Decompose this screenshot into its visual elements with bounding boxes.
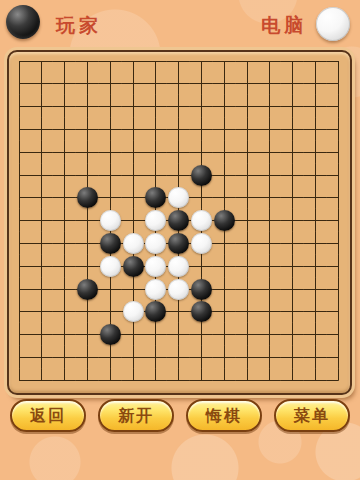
black-stone [77, 187, 98, 208]
intersection-7-4[interactable] [99, 209, 122, 232]
intersection-2-8[interactable] [190, 95, 213, 118]
intersection-6-6[interactable] [144, 186, 167, 209]
intersection-14-8[interactable] [190, 369, 213, 392]
intersection-0-3[interactable] [76, 50, 99, 73]
intersection-3-14[interactable] [327, 118, 350, 141]
intersection-0-6[interactable] [144, 50, 167, 73]
intersection-8-1[interactable] [30, 232, 53, 255]
intersection-6-5[interactable] [122, 186, 145, 209]
intersection-6-12[interactable] [281, 186, 304, 209]
white-stone [145, 233, 166, 254]
intersection-9-4[interactable] [99, 255, 122, 278]
black-stone [100, 233, 121, 254]
white-stone [100, 256, 121, 277]
intersection-6-13[interactable] [304, 186, 327, 209]
black-stone [77, 279, 98, 300]
intersection-14-10[interactable] [236, 369, 259, 392]
intersection-1-12[interactable] [281, 72, 304, 95]
intersection-5-7[interactable] [167, 164, 190, 187]
intersection-5-11[interactable] [258, 164, 281, 187]
intersection-14-14[interactable] [327, 369, 350, 392]
intersection-13-14[interactable] [327, 346, 350, 369]
white-stone [123, 301, 144, 322]
intersection-14-4[interactable] [99, 369, 122, 392]
board-grid[interactable] [8, 50, 350, 392]
intersection-1-2[interactable] [53, 72, 76, 95]
intersection-13-12[interactable] [281, 346, 304, 369]
intersection-4-14[interactable] [327, 141, 350, 164]
intersection-12-10[interactable] [236, 323, 259, 346]
intersection-14-12[interactable] [281, 369, 304, 392]
intersection-0-10[interactable] [236, 50, 259, 73]
intersection-12-7[interactable] [167, 323, 190, 346]
intersection-4-9[interactable] [213, 141, 236, 164]
intersection-9-11[interactable] [258, 255, 281, 278]
intersection-2-4[interactable] [99, 95, 122, 118]
intersection-11-10[interactable] [236, 300, 259, 323]
intersection-7-3[interactable] [76, 209, 99, 232]
intersection-4-3[interactable] [76, 141, 99, 164]
intersection-5-0[interactable] [8, 164, 31, 187]
intersection-2-6[interactable] [144, 95, 167, 118]
intersection-10-1[interactable] [30, 278, 53, 301]
white-stone [145, 256, 166, 277]
gomoku-app: 玩家 电脑 返回 新开 悔棋 菜单 [0, 0, 360, 480]
intersection-7-7[interactable] [167, 209, 190, 232]
intersection-7-5[interactable] [122, 209, 145, 232]
intersection-13-1[interactable] [30, 346, 53, 369]
intersection-4-4[interactable] [99, 141, 122, 164]
intersection-5-3[interactable] [76, 164, 99, 187]
intersection-10-5[interactable] [122, 278, 145, 301]
intersection-11-7[interactable] [167, 300, 190, 323]
intersection-9-13[interactable] [304, 255, 327, 278]
intersection-5-2[interactable] [53, 164, 76, 187]
intersection-12-13[interactable] [304, 323, 327, 346]
white-stone [100, 210, 121, 231]
black-stone [123, 256, 144, 277]
intersection-0-1[interactable] [30, 50, 53, 73]
intersection-11-2[interactable] [53, 300, 76, 323]
new-game-button[interactable]: 新开 [98, 399, 174, 432]
intersection-14-6[interactable] [144, 369, 167, 392]
intersection-10-9[interactable] [213, 278, 236, 301]
intersection-13-3[interactable] [76, 346, 99, 369]
intersection-12-8[interactable] [190, 323, 213, 346]
intersection-2-14[interactable] [327, 95, 350, 118]
intersection-9-5[interactable] [122, 255, 145, 278]
intersection-3-10[interactable] [236, 118, 259, 141]
white-stone [191, 210, 212, 231]
intersection-4-5[interactable] [122, 141, 145, 164]
black-stone [191, 279, 212, 300]
intersection-12-2[interactable] [53, 323, 76, 346]
intersection-11-11[interactable] [258, 300, 281, 323]
intersection-3-9[interactable] [213, 118, 236, 141]
intersection-10-13[interactable] [304, 278, 327, 301]
intersection-2-11[interactable] [258, 95, 281, 118]
intersection-2-7[interactable] [167, 95, 190, 118]
intersection-11-6[interactable] [144, 300, 167, 323]
intersection-4-13[interactable] [304, 141, 327, 164]
intersection-6-2[interactable] [53, 186, 76, 209]
intersection-7-11[interactable] [258, 209, 281, 232]
intersection-13-4[interactable] [99, 346, 122, 369]
intersection-7-13[interactable] [304, 209, 327, 232]
intersection-0-11[interactable] [258, 50, 281, 73]
intersection-4-1[interactable] [30, 141, 53, 164]
intersection-9-7[interactable] [167, 255, 190, 278]
intersection-1-9[interactable] [213, 72, 236, 95]
intersection-0-0[interactable] [8, 50, 31, 73]
intersection-14-2[interactable] [53, 369, 76, 392]
intersection-2-1[interactable] [30, 95, 53, 118]
white-stone [145, 279, 166, 300]
black-stone [191, 165, 212, 186]
intersection-1-1[interactable] [30, 72, 53, 95]
intersection-6-10[interactable] [236, 186, 259, 209]
intersection-10-6[interactable] [144, 278, 167, 301]
intersection-3-3[interactable] [76, 118, 99, 141]
intersection-13-11[interactable] [258, 346, 281, 369]
intersection-5-9[interactable] [213, 164, 236, 187]
black-stone [168, 233, 189, 254]
intersection-11-0[interactable] [8, 300, 31, 323]
intersection-6-4[interactable] [99, 186, 122, 209]
intersection-13-8[interactable] [190, 346, 213, 369]
intersection-5-13[interactable] [304, 164, 327, 187]
intersection-5-14[interactable] [327, 164, 350, 187]
intersection-10-10[interactable] [236, 278, 259, 301]
intersection-2-2[interactable] [53, 95, 76, 118]
intersection-9-3[interactable] [76, 255, 99, 278]
intersection-9-0[interactable] [8, 255, 31, 278]
intersection-13-0[interactable] [8, 346, 31, 369]
intersection-7-14[interactable] [327, 209, 350, 232]
intersection-11-4[interactable] [99, 300, 122, 323]
intersection-9-6[interactable] [144, 255, 167, 278]
intersection-4-2[interactable] [53, 141, 76, 164]
intersection-11-12[interactable] [281, 300, 304, 323]
intersection-10-11[interactable] [258, 278, 281, 301]
intersection-6-8[interactable] [190, 186, 213, 209]
white-stone [168, 187, 189, 208]
intersection-7-2[interactable] [53, 209, 76, 232]
intersection-14-1[interactable] [30, 369, 53, 392]
intersection-5-1[interactable] [30, 164, 53, 187]
intersection-13-6[interactable] [144, 346, 167, 369]
intersection-10-12[interactable] [281, 278, 304, 301]
intersection-12-4[interactable] [99, 323, 122, 346]
intersection-12-0[interactable] [8, 323, 31, 346]
intersection-10-4[interactable] [99, 278, 122, 301]
intersection-8-6[interactable] [144, 232, 167, 255]
intersection-8-9[interactable] [213, 232, 236, 255]
intersection-3-8[interactable] [190, 118, 213, 141]
intersection-3-12[interactable] [281, 118, 304, 141]
intersection-3-1[interactable] [30, 118, 53, 141]
intersection-1-5[interactable] [122, 72, 145, 95]
intersection-5-8[interactable] [190, 164, 213, 187]
intersection-12-5[interactable] [122, 323, 145, 346]
intersection-4-11[interactable] [258, 141, 281, 164]
intersection-11-3[interactable] [76, 300, 99, 323]
intersection-6-9[interactable] [213, 186, 236, 209]
intersection-7-10[interactable] [236, 209, 259, 232]
intersection-8-3[interactable] [76, 232, 99, 255]
intersection-12-12[interactable] [281, 323, 304, 346]
intersection-4-0[interactable] [8, 141, 31, 164]
intersection-13-13[interactable] [304, 346, 327, 369]
intersection-7-9[interactable] [213, 209, 236, 232]
intersection-0-9[interactable] [213, 50, 236, 73]
intersection-13-5[interactable] [122, 346, 145, 369]
intersection-5-5[interactable] [122, 164, 145, 187]
intersection-3-5[interactable] [122, 118, 145, 141]
intersection-11-1[interactable] [30, 300, 53, 323]
intersection-12-3[interactable] [76, 323, 99, 346]
intersection-8-12[interactable] [281, 232, 304, 255]
intersection-11-8[interactable] [190, 300, 213, 323]
intersection-8-2[interactable] [53, 232, 76, 255]
intersection-4-8[interactable] [190, 141, 213, 164]
intersection-0-13[interactable] [304, 50, 327, 73]
computer-stone-icon [316, 7, 350, 41]
intersection-6-11[interactable] [258, 186, 281, 209]
intersection-9-8[interactable] [190, 255, 213, 278]
intersection-2-12[interactable] [281, 95, 304, 118]
intersection-4-12[interactable] [281, 141, 304, 164]
intersection-11-5[interactable] [122, 300, 145, 323]
intersection-8-5[interactable] [122, 232, 145, 255]
intersection-14-5[interactable] [122, 369, 145, 392]
intersection-8-10[interactable] [236, 232, 259, 255]
intersection-5-4[interactable] [99, 164, 122, 187]
intersection-7-0[interactable] [8, 209, 31, 232]
intersection-1-7[interactable] [167, 72, 190, 95]
intersection-0-8[interactable] [190, 50, 213, 73]
intersection-1-14[interactable] [327, 72, 350, 95]
black-stone [145, 301, 166, 322]
intersection-3-13[interactable] [304, 118, 327, 141]
intersection-14-9[interactable] [213, 369, 236, 392]
intersection-4-6[interactable] [144, 141, 167, 164]
intersection-2-13[interactable] [304, 95, 327, 118]
intersection-3-6[interactable] [144, 118, 167, 141]
white-stone [191, 233, 212, 254]
white-stone [123, 233, 144, 254]
intersection-1-11[interactable] [258, 72, 281, 95]
intersection-3-4[interactable] [99, 118, 122, 141]
intersection-13-9[interactable] [213, 346, 236, 369]
intersection-5-6[interactable] [144, 164, 167, 187]
intersection-6-1[interactable] [30, 186, 53, 209]
intersection-8-0[interactable] [8, 232, 31, 255]
intersection-8-7[interactable] [167, 232, 190, 255]
intersection-11-14[interactable] [327, 300, 350, 323]
intersection-9-12[interactable] [281, 255, 304, 278]
black-stone [214, 210, 235, 231]
intersection-3-7[interactable] [167, 118, 190, 141]
intersection-13-7[interactable] [167, 346, 190, 369]
intersection-7-1[interactable] [30, 209, 53, 232]
intersection-2-5[interactable] [122, 95, 145, 118]
intersection-10-8[interactable] [190, 278, 213, 301]
player-label: 玩家 [56, 13, 102, 39]
intersection-8-8[interactable] [190, 232, 213, 255]
intersection-6-3[interactable] [76, 186, 99, 209]
intersection-8-11[interactable] [258, 232, 281, 255]
intersection-12-14[interactable] [327, 323, 350, 346]
intersection-8-13[interactable] [304, 232, 327, 255]
intersection-0-5[interactable] [122, 50, 145, 73]
intersection-6-14[interactable] [327, 186, 350, 209]
intersection-4-7[interactable] [167, 141, 190, 164]
intersection-14-0[interactable] [8, 369, 31, 392]
intersection-10-7[interactable] [167, 278, 190, 301]
intersection-12-9[interactable] [213, 323, 236, 346]
intersection-6-7[interactable] [167, 186, 190, 209]
intersection-0-7[interactable] [167, 50, 190, 73]
intersection-3-0[interactable] [8, 118, 31, 141]
intersection-7-6[interactable] [144, 209, 167, 232]
black-stone [191, 301, 212, 322]
intersection-1-13[interactable] [304, 72, 327, 95]
intersection-3-11[interactable] [258, 118, 281, 141]
intersection-14-3[interactable] [76, 369, 99, 392]
intersection-9-9[interactable] [213, 255, 236, 278]
white-stone [168, 279, 189, 300]
button-bar: 返回 新开 悔棋 菜单 [10, 399, 350, 432]
intersection-0-2[interactable] [53, 50, 76, 73]
intersection-5-12[interactable] [281, 164, 304, 187]
intersection-10-3[interactable] [76, 278, 99, 301]
black-stone [100, 324, 121, 345]
intersection-1-3[interactable] [76, 72, 99, 95]
intersection-8-14[interactable] [327, 232, 350, 255]
intersection-12-11[interactable] [258, 323, 281, 346]
player-stone-icon [6, 5, 40, 39]
intersection-0-4[interactable] [99, 50, 122, 73]
black-stone [168, 210, 189, 231]
intersection-6-0[interactable] [8, 186, 31, 209]
intersection-2-0[interactable] [8, 95, 31, 118]
intersection-5-10[interactable] [236, 164, 259, 187]
intersection-10-2[interactable] [53, 278, 76, 301]
intersection-3-2[interactable] [53, 118, 76, 141]
intersection-1-6[interactable] [144, 72, 167, 95]
intersection-12-1[interactable] [30, 323, 53, 346]
white-stone [168, 256, 189, 277]
intersection-9-14[interactable] [327, 255, 350, 278]
intersection-9-1[interactable] [30, 255, 53, 278]
intersection-10-14[interactable] [327, 278, 350, 301]
menu-button[interactable]: 菜单 [274, 399, 350, 432]
intersection-2-10[interactable] [236, 95, 259, 118]
intersection-9-10[interactable] [236, 255, 259, 278]
intersection-2-3[interactable] [76, 95, 99, 118]
intersection-10-0[interactable] [8, 278, 31, 301]
computer-label: 电脑 [261, 13, 307, 39]
intersection-1-10[interactable] [236, 72, 259, 95]
intersection-11-13[interactable] [304, 300, 327, 323]
intersection-9-2[interactable] [53, 255, 76, 278]
intersection-7-12[interactable] [281, 209, 304, 232]
intersection-1-4[interactable] [99, 72, 122, 95]
undo-button[interactable]: 悔棋 [186, 399, 262, 432]
intersection-14-11[interactable] [258, 369, 281, 392]
board-panel [7, 50, 352, 395]
intersection-13-10[interactable] [236, 346, 259, 369]
intersection-1-8[interactable] [190, 72, 213, 95]
intersection-13-2[interactable] [53, 346, 76, 369]
intersection-11-9[interactable] [213, 300, 236, 323]
intersection-14-7[interactable] [167, 369, 190, 392]
intersection-1-0[interactable] [8, 72, 31, 95]
intersection-0-12[interactable] [281, 50, 304, 73]
intersection-2-9[interactable] [213, 95, 236, 118]
black-stone [145, 187, 166, 208]
intersection-4-10[interactable] [236, 141, 259, 164]
intersection-14-13[interactable] [304, 369, 327, 392]
intersection-8-4[interactable] [99, 232, 122, 255]
intersection-12-6[interactable] [144, 323, 167, 346]
intersection-7-8[interactable] [190, 209, 213, 232]
white-stone [145, 210, 166, 231]
back-button[interactable]: 返回 [10, 399, 86, 432]
intersection-0-14[interactable] [327, 50, 350, 73]
